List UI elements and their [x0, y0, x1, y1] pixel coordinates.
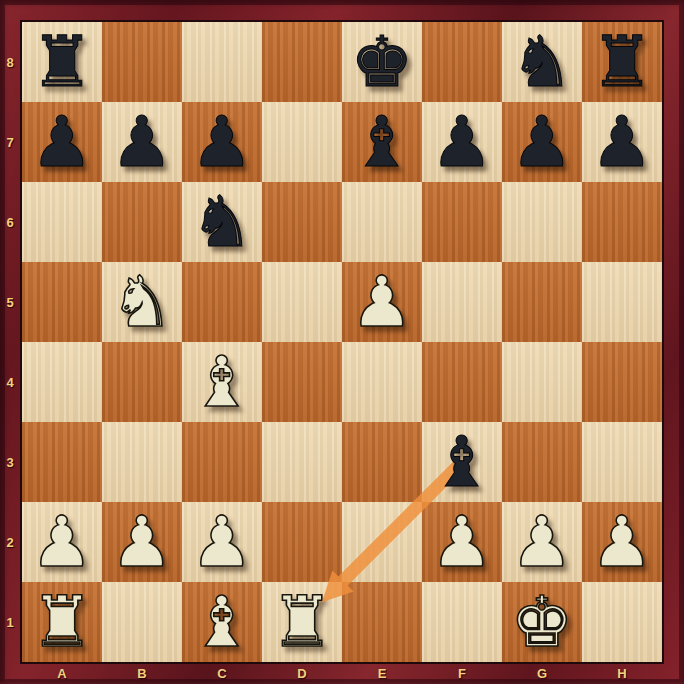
file-label-f: F	[422, 663, 502, 684]
rank-label-3: 3	[0, 422, 20, 502]
rank-label-2: 2	[0, 502, 20, 582]
piece-black-knight[interactable]: ♞	[502, 22, 582, 102]
square-f6[interactable]	[422, 182, 502, 262]
file-label-g: G	[502, 663, 582, 684]
square-e4[interactable]	[342, 342, 422, 422]
piece-white-pawn[interactable]: ♟	[342, 262, 422, 342]
square-b4[interactable]	[102, 342, 182, 422]
square-h7[interactable]: ♟	[582, 102, 662, 182]
square-f5[interactable]	[422, 262, 502, 342]
square-d7[interactable]	[262, 102, 342, 182]
rank-label-1: 1	[0, 582, 20, 662]
piece-white-knight[interactable]: ♞	[102, 262, 182, 342]
rank-label-6: 6	[0, 182, 20, 262]
square-f3[interactable]: ♝	[422, 422, 502, 502]
square-g5[interactable]	[502, 262, 582, 342]
piece-white-pawn[interactable]: ♟	[182, 502, 262, 582]
square-e6[interactable]	[342, 182, 422, 262]
square-g7[interactable]: ♟	[502, 102, 582, 182]
square-c3[interactable]	[182, 422, 262, 502]
square-g8[interactable]: ♞	[502, 22, 582, 102]
square-e8[interactable]: ♚	[342, 22, 422, 102]
square-e3[interactable]	[342, 422, 422, 502]
square-b1[interactable]	[102, 582, 182, 662]
square-h5[interactable]	[582, 262, 662, 342]
file-label-d: D	[262, 663, 342, 684]
piece-black-bishop[interactable]: ♝	[342, 102, 422, 182]
square-c8[interactable]	[182, 22, 262, 102]
piece-black-rook[interactable]: ♜	[582, 22, 662, 102]
piece-white-bishop[interactable]: ♝	[182, 582, 262, 662]
square-h3[interactable]	[582, 422, 662, 502]
square-d4[interactable]	[262, 342, 342, 422]
rank-label-4: 4	[0, 342, 20, 422]
square-a8[interactable]: ♜	[22, 22, 102, 102]
piece-black-rook[interactable]: ♜	[22, 22, 102, 102]
square-f7[interactable]: ♟	[422, 102, 502, 182]
square-d1[interactable]: ♜	[262, 582, 342, 662]
piece-white-pawn[interactable]: ♟	[582, 502, 662, 582]
square-g1[interactable]: ♚	[502, 582, 582, 662]
square-c6[interactable]: ♞	[182, 182, 262, 262]
square-d3[interactable]	[262, 422, 342, 502]
square-b3[interactable]	[102, 422, 182, 502]
square-h8[interactable]: ♜	[582, 22, 662, 102]
rank-label-5: 5	[0, 262, 20, 342]
square-g6[interactable]	[502, 182, 582, 262]
chess-board-frame: ♜♚♞♜♟♟♟♝♟♟♟♞♞♟♝♝♟♟♟♟♟♟♜♝♜♚ 87654321ABCDE…	[0, 0, 684, 684]
piece-white-rook[interactable]: ♜	[262, 582, 342, 662]
square-c5[interactable]	[182, 262, 262, 342]
square-h2[interactable]: ♟	[582, 502, 662, 582]
square-f1[interactable]	[422, 582, 502, 662]
file-label-b: B	[102, 663, 182, 684]
square-a7[interactable]: ♟	[22, 102, 102, 182]
square-c4[interactable]: ♝	[182, 342, 262, 422]
square-b5[interactable]: ♞	[102, 262, 182, 342]
file-label-h: H	[582, 663, 662, 684]
square-a4[interactable]	[22, 342, 102, 422]
square-h4[interactable]	[582, 342, 662, 422]
square-e7[interactable]: ♝	[342, 102, 422, 182]
square-b7[interactable]: ♟	[102, 102, 182, 182]
square-b6[interactable]	[102, 182, 182, 262]
square-e1[interactable]	[342, 582, 422, 662]
file-label-a: A	[22, 663, 102, 684]
square-g3[interactable]	[502, 422, 582, 502]
square-a6[interactable]	[22, 182, 102, 262]
file-label-e: E	[342, 663, 422, 684]
piece-white-pawn[interactable]: ♟	[102, 502, 182, 582]
piece-white-pawn[interactable]: ♟	[22, 502, 102, 582]
square-h1[interactable]	[582, 582, 662, 662]
piece-white-bishop[interactable]: ♝	[182, 342, 262, 422]
square-c2[interactable]: ♟	[182, 502, 262, 582]
square-g2[interactable]: ♟	[502, 502, 582, 582]
file-label-c: C	[182, 663, 262, 684]
square-g4[interactable]	[502, 342, 582, 422]
rank-label-8: 8	[0, 22, 20, 102]
square-d6[interactable]	[262, 182, 342, 262]
square-b2[interactable]: ♟	[102, 502, 182, 582]
square-c1[interactable]: ♝	[182, 582, 262, 662]
piece-black-pawn[interactable]: ♟	[422, 102, 502, 182]
piece-black-pawn[interactable]: ♟	[582, 102, 662, 182]
square-f4[interactable]	[422, 342, 502, 422]
square-a1[interactable]: ♜	[22, 582, 102, 662]
square-d8[interactable]	[262, 22, 342, 102]
piece-white-pawn[interactable]: ♟	[422, 502, 502, 582]
square-f2[interactable]: ♟	[422, 502, 502, 582]
rank-label-7: 7	[0, 102, 20, 182]
square-a2[interactable]: ♟	[22, 502, 102, 582]
square-e5[interactable]: ♟	[342, 262, 422, 342]
square-b8[interactable]	[102, 22, 182, 102]
piece-black-knight[interactable]: ♞	[182, 182, 262, 262]
square-d2[interactable]	[262, 502, 342, 582]
piece-black-bishop[interactable]: ♝	[422, 422, 502, 502]
piece-black-pawn[interactable]: ♟	[22, 102, 102, 182]
square-f8[interactable]	[422, 22, 502, 102]
chess-board: ♜♚♞♜♟♟♟♝♟♟♟♞♞♟♝♝♟♟♟♟♟♟♜♝♜♚	[20, 20, 664, 664]
square-d5[interactable]	[262, 262, 342, 342]
piece-black-pawn[interactable]: ♟	[502, 102, 582, 182]
piece-white-rook[interactable]: ♜	[22, 582, 102, 662]
piece-black-king[interactable]: ♚	[342, 22, 422, 102]
square-a3[interactable]	[22, 422, 102, 502]
piece-white-pawn[interactable]: ♟	[502, 502, 582, 582]
square-e2[interactable]	[342, 502, 422, 582]
square-c7[interactable]: ♟	[182, 102, 262, 182]
piece-black-pawn[interactable]: ♟	[182, 102, 262, 182]
piece-black-pawn[interactable]: ♟	[102, 102, 182, 182]
square-h6[interactable]	[582, 182, 662, 262]
square-a5[interactable]	[22, 262, 102, 342]
piece-white-king[interactable]: ♚	[502, 582, 582, 662]
